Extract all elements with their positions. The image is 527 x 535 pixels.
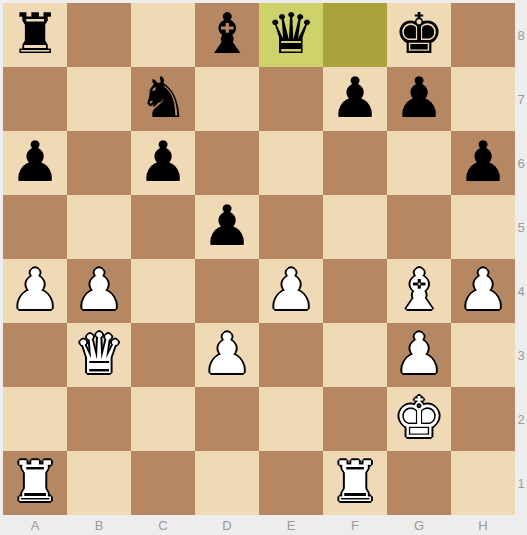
piece-black-knight[interactable]: ♞ <box>138 66 188 130</box>
square-g4[interactable]: ♝ <box>387 259 451 323</box>
piece-black-pawn[interactable]: ♟ <box>10 130 60 194</box>
piece-white-pawn[interactable]: ♟ <box>10 258 60 322</box>
square-a6[interactable]: ♟ <box>3 131 67 195</box>
square-c1[interactable] <box>131 451 195 515</box>
square-a3[interactable] <box>3 323 67 387</box>
square-g7[interactable]: ♟ <box>387 67 451 131</box>
rank-label-8: 8 <box>515 3 527 67</box>
piece-white-queen[interactable]: ♛ <box>74 322 124 386</box>
file-labels: ABCDEFGH <box>3 516 515 535</box>
square-f8[interactable] <box>323 3 387 67</box>
square-e2[interactable] <box>259 387 323 451</box>
square-e5[interactable] <box>259 195 323 259</box>
piece-black-king[interactable]: ♚ <box>394 2 444 66</box>
square-d3[interactable]: ♟ <box>195 323 259 387</box>
square-d4[interactable] <box>195 259 259 323</box>
square-h3[interactable] <box>451 323 515 387</box>
square-g5[interactable] <box>387 195 451 259</box>
piece-black-pawn[interactable]: ♟ <box>458 130 508 194</box>
square-g6[interactable] <box>387 131 451 195</box>
square-c8[interactable] <box>131 3 195 67</box>
square-f4[interactable] <box>323 259 387 323</box>
piece-black-pawn[interactable]: ♟ <box>330 66 380 130</box>
square-b8[interactable] <box>67 3 131 67</box>
square-f1[interactable]: ♜ <box>323 451 387 515</box>
square-f5[interactable] <box>323 195 387 259</box>
square-f2[interactable] <box>323 387 387 451</box>
square-h4[interactable]: ♟ <box>451 259 515 323</box>
square-h8[interactable] <box>451 3 515 67</box>
square-f6[interactable] <box>323 131 387 195</box>
piece-white-rook[interactable]: ♜ <box>10 450 60 514</box>
square-c4[interactable] <box>131 259 195 323</box>
square-e8[interactable]: ♛ <box>259 3 323 67</box>
square-b4[interactable]: ♟ <box>67 259 131 323</box>
rank-label-7: 7 <box>515 67 527 131</box>
file-label-c: C <box>131 516 195 535</box>
square-a2[interactable] <box>3 387 67 451</box>
square-c6[interactable]: ♟ <box>131 131 195 195</box>
file-label-d: D <box>195 516 259 535</box>
piece-white-pawn[interactable]: ♟ <box>458 258 508 322</box>
square-g8[interactable]: ♚ <box>387 3 451 67</box>
piece-white-pawn[interactable]: ♟ <box>394 322 444 386</box>
square-d7[interactable] <box>195 67 259 131</box>
piece-white-pawn[interactable]: ♟ <box>74 258 124 322</box>
rank-label-6: 6 <box>515 131 527 195</box>
square-f3[interactable] <box>323 323 387 387</box>
square-c5[interactable] <box>131 195 195 259</box>
piece-black-pawn[interactable]: ♟ <box>138 130 188 194</box>
file-label-f: F <box>323 516 387 535</box>
square-h1[interactable] <box>451 451 515 515</box>
piece-white-bishop[interactable]: ♝ <box>394 258 444 322</box>
square-a7[interactable] <box>3 67 67 131</box>
square-g1[interactable] <box>387 451 451 515</box>
piece-white-rook[interactable]: ♜ <box>330 450 380 514</box>
square-b5[interactable] <box>67 195 131 259</box>
square-h6[interactable]: ♟ <box>451 131 515 195</box>
square-b1[interactable] <box>67 451 131 515</box>
piece-black-pawn[interactable]: ♟ <box>394 66 444 130</box>
square-f7[interactable]: ♟ <box>323 67 387 131</box>
square-c3[interactable] <box>131 323 195 387</box>
square-c2[interactable] <box>131 387 195 451</box>
file-label-e: E <box>259 516 323 535</box>
square-e4[interactable]: ♟ <box>259 259 323 323</box>
square-h5[interactable] <box>451 195 515 259</box>
square-a8[interactable]: ♜ <box>3 3 67 67</box>
square-e1[interactable] <box>259 451 323 515</box>
square-d8[interactable]: ♝ <box>195 3 259 67</box>
square-h2[interactable] <box>451 387 515 451</box>
rank-labels: 87654321 <box>515 3 527 515</box>
rank-label-4: 4 <box>515 259 527 323</box>
piece-black-queen[interactable]: ♛ <box>266 2 316 66</box>
rank-label-2: 2 <box>515 387 527 451</box>
square-g3[interactable]: ♟ <box>387 323 451 387</box>
square-e6[interactable] <box>259 131 323 195</box>
square-d5[interactable]: ♟ <box>195 195 259 259</box>
square-d2[interactable] <box>195 387 259 451</box>
square-g2[interactable]: ♚ <box>387 387 451 451</box>
square-a5[interactable] <box>3 195 67 259</box>
square-c7[interactable]: ♞ <box>131 67 195 131</box>
file-label-g: G <box>387 516 451 535</box>
piece-white-king[interactable]: ♚ <box>394 386 444 450</box>
square-e3[interactable] <box>259 323 323 387</box>
rank-label-1: 1 <box>515 451 527 515</box>
square-d1[interactable] <box>195 451 259 515</box>
square-b3[interactable]: ♛ <box>67 323 131 387</box>
square-e7[interactable] <box>259 67 323 131</box>
square-d6[interactable] <box>195 131 259 195</box>
piece-white-pawn[interactable]: ♟ <box>266 258 316 322</box>
square-a1[interactable]: ♜ <box>3 451 67 515</box>
chess-board: ♜♝♛♚♞♟♟♟♟♟♟♟♟♟♝♟♛♟♟♚♜♜ <box>3 3 515 515</box>
square-h7[interactable] <box>451 67 515 131</box>
rank-label-3: 3 <box>515 323 527 387</box>
file-label-a: A <box>3 516 67 535</box>
piece-black-pawn[interactable]: ♟ <box>202 194 252 258</box>
square-b6[interactable] <box>67 131 131 195</box>
square-a4[interactable]: ♟ <box>3 259 67 323</box>
square-b7[interactable] <box>67 67 131 131</box>
file-label-b: B <box>67 516 131 535</box>
rank-label-5: 5 <box>515 195 527 259</box>
square-b2[interactable] <box>67 387 131 451</box>
piece-white-pawn[interactable]: ♟ <box>202 322 252 386</box>
file-label-h: H <box>451 516 515 535</box>
piece-black-bishop[interactable]: ♝ <box>202 2 252 66</box>
piece-black-rook[interactable]: ♜ <box>10 2 60 66</box>
